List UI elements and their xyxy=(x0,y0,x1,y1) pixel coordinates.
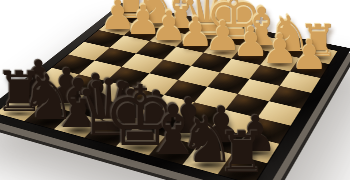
chess-board xyxy=(0,3,350,180)
chess-set-photo: ♜♞♝♛♚♝♞♜♟♟♟♟♟♟♟♟♟♟♟♟♟♟♟♟♜♞♝♛♚♝♞♜ xyxy=(0,0,350,180)
board-grid xyxy=(0,8,337,180)
